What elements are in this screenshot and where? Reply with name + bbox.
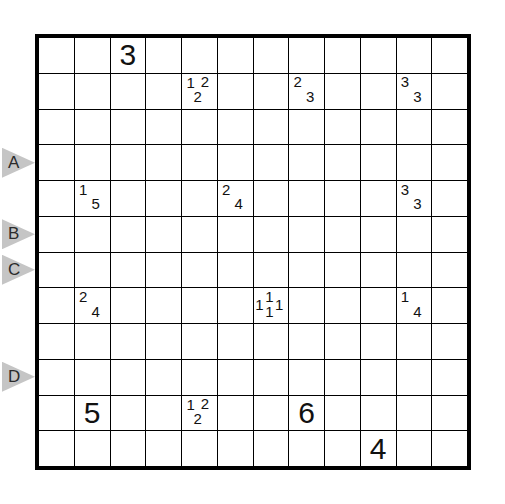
cell-r6c8[interactable] [289, 217, 324, 252]
cell-r6c5[interactable] [182, 217, 217, 252]
cell-r8c12[interactable] [432, 288, 467, 323]
row-marker-d: D [2, 362, 35, 392]
cell-r2c6[interactable] [218, 74, 253, 109]
cell-r6c4[interactable] [146, 217, 181, 252]
cell-r6c12[interactable] [432, 217, 467, 252]
cell-r10c9[interactable] [325, 360, 360, 395]
cell-r10c2[interactable] [75, 360, 110, 395]
cell-r1c7[interactable] [254, 38, 289, 73]
cell-r10c6[interactable] [218, 360, 253, 395]
cell-r12c12[interactable] [432, 431, 467, 466]
cell-r3c10[interactable] [361, 110, 396, 145]
cell-r5c7[interactable] [254, 181, 289, 216]
cell-r11c10[interactable] [361, 396, 396, 431]
clue-digit: 4 [413, 304, 421, 319]
clue-cell-r8c11: 14 [397, 288, 432, 323]
cell-r10c8[interactable] [289, 360, 324, 395]
cell-r11c3[interactable] [111, 396, 146, 431]
cell-r4c3[interactable] [111, 145, 146, 180]
cell-r7c11[interactable] [397, 253, 432, 288]
cell-r9c1[interactable] [39, 324, 74, 359]
cell-r4c12[interactable] [432, 145, 467, 180]
cell-r6c1[interactable] [39, 217, 74, 252]
clue-cell-r5c2: 15 [75, 181, 110, 216]
clue-digit: 4 [91, 304, 99, 319]
clue-cell-r1c3: 3 [111, 38, 146, 73]
clue-cell-r2c5: 122 [182, 74, 217, 109]
cell-r7c6[interactable] [218, 253, 253, 288]
cell-r1c4[interactable] [146, 38, 181, 73]
cell-r2c1[interactable] [39, 74, 74, 109]
cell-r6c10[interactable] [361, 217, 396, 252]
cell-r3c1[interactable] [39, 110, 74, 145]
cell-r12c9[interactable] [325, 431, 360, 466]
cell-r3c2[interactable] [75, 110, 110, 145]
clue-digit: 1 [255, 297, 263, 312]
cell-r4c4[interactable] [146, 145, 181, 180]
cell-r3c9[interactable] [325, 110, 360, 145]
clue-cell-r12c10: 4 [361, 431, 396, 466]
clue-digit: 3 [401, 182, 409, 197]
cell-r4c1[interactable] [39, 145, 74, 180]
cell-r4c7[interactable] [254, 145, 289, 180]
clue-cell-r11c8: 6 [289, 396, 324, 431]
row-marker-label: C [8, 261, 20, 278]
cell-r4c10[interactable] [361, 145, 396, 180]
cell-r5c12[interactable] [432, 181, 467, 216]
clue-cell-r11c2: 5 [75, 396, 110, 431]
clue-digit: 6 [289, 396, 324, 431]
clue-digit: 5 [91, 196, 99, 211]
cell-r1c12[interactable] [432, 38, 467, 73]
cell-r3c12[interactable] [432, 110, 467, 145]
cell-r9c5[interactable] [182, 324, 217, 359]
clue-digit: 1 [265, 304, 273, 319]
cell-r7c9[interactable] [325, 253, 360, 288]
cell-r7c10[interactable] [361, 253, 396, 288]
cell-r2c10[interactable] [361, 74, 396, 109]
cell-r9c7[interactable] [254, 324, 289, 359]
clue-cell-r2c8: 23 [289, 74, 324, 109]
clue-cell-r5c11: 33 [397, 181, 432, 216]
clue-digit: 1 [265, 289, 273, 304]
clue-digit: 4 [361, 431, 396, 466]
row-marker-label: D [8, 368, 20, 385]
cell-r3c4[interactable] [146, 110, 181, 145]
cell-r2c3[interactable] [111, 74, 146, 109]
cell-r6c2[interactable] [75, 217, 110, 252]
cell-r5c3[interactable] [111, 181, 146, 216]
cell-r10c4[interactable] [146, 360, 181, 395]
cell-r1c9[interactable] [325, 38, 360, 73]
cell-r12c4[interactable] [146, 431, 181, 466]
clue-digit: 2 [193, 411, 201, 426]
cell-r5c4[interactable] [146, 181, 181, 216]
cell-r12c7[interactable] [254, 431, 289, 466]
cell-r12c1[interactable] [39, 431, 74, 466]
clue-digit: 3 [111, 38, 146, 73]
clue-digit: 2 [293, 74, 301, 89]
cell-r1c8[interactable] [289, 38, 324, 73]
clue-digit: 3 [413, 196, 421, 211]
cell-r1c5[interactable] [182, 38, 217, 73]
clue-cell-r5c6: 24 [218, 181, 253, 216]
cell-r2c2[interactable] [75, 74, 110, 109]
cell-r10c7[interactable] [254, 360, 289, 395]
cell-r8c10[interactable] [361, 288, 396, 323]
cell-r8c4[interactable] [146, 288, 181, 323]
cell-r8c6[interactable] [218, 288, 253, 323]
cell-r1c1[interactable] [39, 38, 74, 73]
cell-r3c5[interactable] [182, 110, 217, 145]
cell-r9c3[interactable] [111, 324, 146, 359]
cell-r11c1[interactable] [39, 396, 74, 431]
cell-r4c5[interactable] [182, 145, 217, 180]
cell-r1c6[interactable] [218, 38, 253, 73]
cell-r12c5[interactable] [182, 431, 217, 466]
clue-digit: 2 [193, 89, 201, 104]
cell-r7c3[interactable] [111, 253, 146, 288]
cell-r7c2[interactable] [75, 253, 110, 288]
cell-r7c1[interactable] [39, 253, 74, 288]
cell-r3c8[interactable] [289, 110, 324, 145]
cell-r7c4[interactable] [146, 253, 181, 288]
cell-r5c1[interactable] [39, 181, 74, 216]
cell-r7c8[interactable] [289, 253, 324, 288]
cell-r4c9[interactable] [325, 145, 360, 180]
clue-digit: 2 [201, 396, 209, 411]
cell-r10c12[interactable] [432, 360, 467, 395]
cell-r10c1[interactable] [39, 360, 74, 395]
clue-cell-r8c2: 24 [75, 288, 110, 323]
clue-digit: 4 [234, 196, 242, 211]
cell-r11c9[interactable] [325, 396, 360, 431]
row-marker-label: B [8, 225, 19, 242]
cell-r2c12[interactable] [432, 74, 467, 109]
tapa-board: 3122233315243324111114512264 [35, 34, 471, 470]
clue-cell-r2c11: 33 [397, 74, 432, 109]
cell-r9c9[interactable] [325, 324, 360, 359]
cell-r3c7[interactable] [254, 110, 289, 145]
cell-r5c10[interactable] [361, 181, 396, 216]
cell-r2c7[interactable] [254, 74, 289, 109]
cell-r7c7[interactable] [254, 253, 289, 288]
cell-r10c11[interactable] [397, 360, 432, 395]
cell-r11c11[interactable] [397, 396, 432, 431]
clue-digit: 2 [222, 182, 230, 197]
row-marker-c: C [2, 255, 35, 285]
cell-r10c10[interactable] [361, 360, 396, 395]
cell-r8c1[interactable] [39, 288, 74, 323]
cell-r12c8[interactable] [289, 431, 324, 466]
cell-r1c11[interactable] [397, 38, 432, 73]
cell-r9c12[interactable] [432, 324, 467, 359]
cell-r6c3[interactable] [111, 217, 146, 252]
cell-r1c10[interactable] [361, 38, 396, 73]
clue-cell-r11c5: 122 [182, 396, 217, 431]
cell-r5c5[interactable] [182, 181, 217, 216]
clue-digit: 2 [201, 74, 209, 89]
clue-digit: 3 [401, 74, 409, 89]
cell-r8c3[interactable] [111, 288, 146, 323]
cell-r12c6[interactable] [218, 431, 253, 466]
tapa-puzzle-page: 3122233315243324111114512264 ABCD [0, 0, 505, 504]
clue-cell-r8c7: 1111 [254, 288, 289, 323]
cell-r8c8[interactable] [289, 288, 324, 323]
clue-digit: 1 [79, 182, 87, 197]
cell-r6c6[interactable] [218, 217, 253, 252]
cell-r4c8[interactable] [289, 145, 324, 180]
cell-r2c9[interactable] [325, 74, 360, 109]
clue-digit: 3 [413, 89, 421, 104]
cell-r8c5[interactable] [182, 288, 217, 323]
cell-r9c10[interactable] [361, 324, 396, 359]
cell-r3c3[interactable] [111, 110, 146, 145]
row-marker-label: A [8, 154, 19, 171]
cell-r5c9[interactable] [325, 181, 360, 216]
clue-digit: 1 [401, 289, 409, 304]
cell-r11c4[interactable] [146, 396, 181, 431]
cell-r9c2[interactable] [75, 324, 110, 359]
cell-r12c2[interactable] [75, 431, 110, 466]
cell-r5c8[interactable] [289, 181, 324, 216]
cell-r6c9[interactable] [325, 217, 360, 252]
cell-r9c11[interactable] [397, 324, 432, 359]
clue-digit: 5 [75, 396, 110, 431]
cell-r4c11[interactable] [397, 145, 432, 180]
cell-r2c4[interactable] [146, 74, 181, 109]
cell-r6c11[interactable] [397, 217, 432, 252]
cell-r11c7[interactable] [254, 396, 289, 431]
cell-r10c5[interactable] [182, 360, 217, 395]
cell-r12c3[interactable] [111, 431, 146, 466]
cell-r11c12[interactable] [432, 396, 467, 431]
clue-digit: 2 [79, 289, 87, 304]
cell-r4c2[interactable] [75, 145, 110, 180]
cell-r1c2[interactable] [75, 38, 110, 73]
cell-r9c6[interactable] [218, 324, 253, 359]
cell-r3c11[interactable] [397, 110, 432, 145]
row-marker-b: B [2, 219, 35, 249]
cell-r7c5[interactable] [182, 253, 217, 288]
cell-r6c7[interactable] [254, 217, 289, 252]
cell-r7c12[interactable] [432, 253, 467, 288]
cell-r4c6[interactable] [218, 145, 253, 180]
clue-digit: 1 [275, 297, 283, 312]
row-marker-a: A [2, 148, 35, 178]
clue-digit: 3 [306, 89, 314, 104]
cell-r11c6[interactable] [218, 396, 253, 431]
cell-r3c6[interactable] [218, 110, 253, 145]
cell-r8c9[interactable] [325, 288, 360, 323]
cell-r9c4[interactable] [146, 324, 181, 359]
cell-r10c3[interactable] [111, 360, 146, 395]
cell-r9c8[interactable] [289, 324, 324, 359]
cell-r12c11[interactable] [397, 431, 432, 466]
